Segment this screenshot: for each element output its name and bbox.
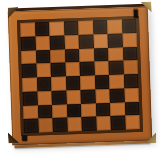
square-b4[interactable] [37,77,52,91]
square-e6[interactable] [79,48,94,62]
square-g7[interactable] [108,33,123,47]
square-d6[interactable] [65,49,80,63]
square-h5[interactable] [123,60,138,74]
square-d3[interactable] [66,90,81,104]
square-h2[interactable] [124,101,139,115]
square-b6[interactable] [36,50,51,64]
square-f5[interactable] [94,61,109,75]
square-c6[interactable] [50,49,65,63]
square-a1[interactable] [23,119,38,133]
square-e2[interactable] [81,103,96,117]
square-f7[interactable] [93,34,108,48]
square-g2[interactable] [110,102,125,116]
square-g3[interactable] [109,88,124,102]
inner-border [17,16,143,136]
square-h3[interactable] [124,88,139,102]
square-g1[interactable] [110,116,125,130]
square-h8[interactable] [122,19,137,33]
board-frame [8,7,153,146]
square-d5[interactable] [65,62,80,76]
square-f6[interactable] [94,48,109,62]
square-c5[interactable] [51,63,66,77]
square-a8[interactable] [20,23,35,37]
square-a4[interactable] [22,78,37,92]
square-c7[interactable] [50,35,65,49]
square-d2[interactable] [66,103,81,117]
square-f3[interactable] [95,89,110,103]
square-c8[interactable] [49,22,64,36]
square-g6[interactable] [108,47,123,61]
square-h1[interactable] [125,115,140,129]
square-d4[interactable] [66,76,81,90]
square-h7[interactable] [122,33,137,47]
square-b2[interactable] [37,104,52,118]
square-d1[interactable] [67,117,82,131]
square-e3[interactable] [80,89,95,103]
square-e8[interactable] [78,21,93,35]
square-c2[interactable] [52,104,67,118]
square-a7[interactable] [21,36,36,50]
square-g8[interactable] [107,20,122,34]
square-c3[interactable] [51,90,66,104]
square-b5[interactable] [36,63,51,77]
square-b8[interactable] [35,22,50,36]
checkers-board [8,4,153,149]
square-b1[interactable] [38,118,53,132]
square-c4[interactable] [51,77,66,91]
board-grid [20,19,140,133]
photo-background [0,0,160,160]
square-e4[interactable] [80,75,95,89]
square-e1[interactable] [81,117,96,131]
square-f2[interactable] [95,102,110,116]
square-e7[interactable] [79,34,94,48]
square-d8[interactable] [64,21,79,35]
square-a6[interactable] [21,50,36,64]
clasp-icon [22,134,27,141]
square-a3[interactable] [23,91,38,105]
square-b7[interactable] [35,36,50,50]
square-h6[interactable] [123,46,138,60]
square-b3[interactable] [37,91,52,105]
square-g4[interactable] [109,74,124,88]
square-e5[interactable] [80,62,95,76]
clasp-icon [134,9,138,18]
square-a5[interactable] [22,64,37,78]
square-f1[interactable] [96,116,111,130]
square-d7[interactable] [64,35,79,49]
square-a2[interactable] [23,105,38,119]
square-h4[interactable] [123,74,138,88]
square-g5[interactable] [109,61,124,75]
square-c1[interactable] [52,118,67,132]
square-f8[interactable] [93,20,108,34]
square-f4[interactable] [94,75,109,89]
